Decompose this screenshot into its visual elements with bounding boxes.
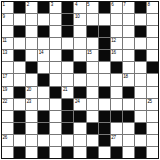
white-cell[interactable]: 2	[26, 2, 37, 13]
clue-number: 10	[75, 14, 79, 19]
white-cell[interactable]	[87, 14, 98, 25]
black-cell	[38, 26, 49, 37]
white-cell[interactable]: 14	[38, 50, 49, 61]
clue-number: 7	[123, 2, 125, 7]
white-cell[interactable]: 9	[2, 14, 13, 25]
white-cell[interactable]	[147, 111, 158, 122]
black-cell	[135, 147, 146, 158]
white-cell[interactable]: 11	[2, 38, 13, 49]
white-cell[interactable]	[147, 87, 158, 98]
white-cell[interactable]	[50, 62, 61, 73]
white-cell[interactable]	[147, 50, 158, 61]
white-cell[interactable]	[26, 135, 37, 146]
white-cell[interactable]	[2, 111, 13, 122]
clue-number: 9	[3, 14, 5, 19]
white-cell[interactable]: 21	[62, 87, 73, 98]
white-cell[interactable]	[38, 87, 49, 98]
white-cell[interactable]: 3	[50, 2, 61, 13]
black-cell	[99, 123, 110, 134]
white-cell[interactable]	[111, 99, 122, 110]
white-cell[interactable]	[38, 14, 49, 25]
clue-number: 18	[123, 74, 127, 79]
white-cell[interactable]	[87, 111, 98, 122]
white-cell[interactable]	[99, 147, 110, 158]
white-cell[interactable]	[87, 99, 98, 110]
black-cell	[50, 87, 61, 98]
white-cell[interactable]	[62, 135, 73, 146]
white-cell[interactable]: 17	[2, 74, 13, 85]
white-cell[interactable]: 24	[74, 99, 85, 110]
white-cell[interactable]	[50, 50, 61, 61]
white-cell[interactable]	[87, 87, 98, 98]
crossword-grid: 1234567891011121314151617181920212223242…	[1, 1, 159, 159]
clue-number: 24	[75, 99, 79, 104]
white-cell[interactable]	[62, 38, 73, 49]
clue-number: 16	[111, 50, 115, 55]
white-cell[interactable]	[62, 74, 73, 85]
white-cell[interactable]	[26, 147, 37, 158]
white-cell[interactable]: 5	[87, 2, 98, 13]
white-cell[interactable]	[74, 74, 85, 85]
white-cell[interactable]	[123, 50, 134, 61]
white-cell[interactable]	[50, 14, 61, 25]
black-cell	[123, 111, 134, 122]
white-cell[interactable]	[99, 74, 110, 85]
black-cell	[14, 26, 25, 37]
white-cell[interactable]	[123, 147, 134, 158]
white-cell[interactable]	[147, 135, 158, 146]
white-cell[interactable]	[74, 38, 85, 49]
black-cell	[99, 38, 110, 49]
white-cell[interactable]: 8	[147, 2, 158, 13]
clue-number: 5	[87, 2, 89, 7]
white-cell[interactable]	[2, 26, 13, 37]
clue-number: 22	[3, 99, 7, 104]
black-cell	[135, 26, 146, 37]
black-cell	[38, 74, 49, 85]
black-cell	[14, 87, 25, 98]
white-cell[interactable]	[14, 38, 25, 49]
white-cell[interactable]	[87, 38, 98, 49]
white-cell[interactable]	[14, 14, 25, 25]
white-cell[interactable]: 18	[123, 74, 134, 85]
white-cell[interactable]	[111, 123, 122, 134]
clue-number: 6	[111, 2, 113, 7]
white-cell[interactable]	[111, 14, 122, 25]
white-cell[interactable]	[50, 135, 61, 146]
white-cell[interactable]	[135, 87, 146, 98]
white-cell[interactable]	[147, 14, 158, 25]
white-cell[interactable]	[2, 62, 13, 73]
black-cell	[135, 2, 146, 13]
white-cell[interactable]	[147, 38, 158, 49]
clue-number: 3	[51, 2, 53, 7]
black-cell	[87, 147, 98, 158]
white-cell[interactable]	[99, 14, 110, 25]
black-cell	[14, 111, 25, 122]
white-cell[interactable]	[26, 14, 37, 25]
black-cell	[14, 50, 25, 61]
white-cell[interactable]	[2, 123, 13, 134]
black-cell	[62, 26, 73, 37]
white-cell[interactable]	[50, 111, 61, 122]
black-cell	[62, 147, 73, 158]
black-cell	[62, 111, 73, 122]
white-cell[interactable]: 15	[87, 50, 98, 61]
white-cell[interactable]	[26, 50, 37, 61]
clue-number: 8	[147, 2, 149, 7]
black-cell	[111, 147, 122, 158]
clue-number: 13	[3, 50, 7, 55]
black-cell	[87, 123, 98, 134]
white-cell[interactable]	[62, 62, 73, 73]
white-cell[interactable]: 1	[2, 2, 13, 13]
white-cell[interactable]	[111, 74, 122, 85]
white-cell[interactable]	[123, 26, 134, 37]
clue-number: 14	[39, 50, 43, 55]
white-cell[interactable]: 27	[111, 135, 122, 146]
black-cell	[135, 123, 146, 134]
black-cell	[74, 62, 85, 73]
white-cell[interactable]	[50, 38, 61, 49]
black-cell	[99, 50, 110, 61]
white-cell[interactable]	[135, 14, 146, 25]
white-cell[interactable]	[147, 147, 158, 158]
black-cell	[147, 62, 158, 73]
white-cell[interactable]	[135, 111, 146, 122]
white-cell[interactable]	[123, 99, 134, 110]
white-cell[interactable]	[123, 62, 134, 73]
white-cell[interactable]: 20	[26, 87, 37, 98]
white-cell[interactable]	[135, 135, 146, 146]
white-cell[interactable]: 12	[111, 38, 122, 49]
white-cell[interactable]	[50, 99, 61, 110]
white-cell[interactable]	[2, 147, 13, 158]
white-cell[interactable]: 16	[111, 50, 122, 61]
crossword-puzzle: 1234567891011121314151617181920212223242…	[0, 0, 160, 160]
white-cell[interactable]	[87, 135, 98, 146]
black-cell	[123, 87, 134, 98]
black-cell	[38, 123, 49, 134]
white-cell[interactable]	[14, 99, 25, 110]
black-cell	[99, 111, 110, 122]
black-cell	[99, 135, 110, 146]
white-cell[interactable]	[38, 38, 49, 49]
black-cell	[99, 26, 110, 37]
white-cell[interactable]	[26, 74, 37, 85]
black-cell	[26, 62, 37, 73]
white-cell[interactable]	[38, 99, 49, 110]
black-cell	[14, 147, 25, 158]
black-cell	[87, 26, 98, 37]
black-cell	[14, 2, 25, 13]
clue-number: 4	[75, 2, 77, 7]
black-cell	[14, 123, 25, 134]
white-cell[interactable]	[87, 62, 98, 73]
white-cell[interactable]	[123, 135, 134, 146]
white-cell[interactable]	[26, 38, 37, 49]
white-cell[interactable]: 25	[147, 99, 158, 110]
white-cell[interactable]: 22	[2, 99, 13, 110]
clue-number: 17	[3, 74, 7, 79]
white-cell[interactable]	[123, 38, 134, 49]
clue-number: 12	[111, 38, 115, 43]
black-cell	[62, 123, 73, 134]
white-cell[interactable]	[14, 62, 25, 73]
white-cell[interactable]	[74, 135, 85, 146]
white-cell[interactable]	[147, 74, 158, 85]
white-cell[interactable]	[26, 123, 37, 134]
clue-number: 11	[3, 38, 7, 43]
white-cell[interactable]	[99, 99, 110, 110]
white-cell[interactable]: 23	[26, 99, 37, 110]
black-cell	[74, 87, 85, 98]
clue-number: 15	[87, 50, 91, 55]
white-cell[interactable]	[135, 62, 146, 73]
white-cell[interactable]	[87, 74, 98, 85]
white-cell[interactable]	[50, 147, 61, 158]
clue-number: 19	[3, 87, 7, 92]
white-cell[interactable]	[38, 135, 49, 146]
white-cell[interactable]	[26, 26, 37, 37]
white-cell[interactable]: 19	[2, 87, 13, 98]
white-cell[interactable]	[74, 26, 85, 37]
clue-number: 21	[63, 87, 67, 92]
black-cell	[62, 99, 73, 110]
clue-number: 27	[111, 135, 115, 140]
white-cell[interactable]: 4	[74, 2, 85, 13]
black-cell	[111, 111, 122, 122]
black-cell	[99, 2, 110, 13]
white-cell[interactable]	[74, 123, 85, 134]
white-cell[interactable]	[26, 111, 37, 122]
black-cell	[38, 111, 49, 122]
white-cell[interactable]	[123, 14, 134, 25]
white-cell[interactable]	[14, 135, 25, 146]
white-cell[interactable]	[135, 74, 146, 85]
white-cell[interactable]: 7	[123, 2, 134, 13]
white-cell[interactable]	[50, 74, 61, 85]
white-cell[interactable]	[147, 123, 158, 134]
white-cell[interactable]	[50, 26, 61, 37]
black-cell	[74, 111, 85, 122]
clue-number: 25	[147, 99, 151, 104]
white-cell[interactable]: 13	[2, 50, 13, 61]
black-cell	[135, 50, 146, 61]
white-cell[interactable]	[38, 62, 49, 73]
white-cell[interactable]	[111, 26, 122, 37]
white-cell[interactable]	[123, 123, 134, 134]
white-cell[interactable]	[135, 99, 146, 110]
clue-number: 23	[27, 99, 31, 104]
white-cell[interactable]	[50, 123, 61, 134]
clue-number: 26	[3, 135, 7, 140]
white-cell[interactable]	[74, 147, 85, 158]
clue-number: 1	[3, 2, 5, 7]
black-cell	[38, 147, 49, 158]
black-cell	[38, 2, 49, 13]
black-cell	[111, 62, 122, 73]
white-cell[interactable]	[111, 87, 122, 98]
clue-number: 20	[27, 87, 31, 92]
white-cell[interactable]	[99, 62, 110, 73]
clue-number: 2	[27, 2, 29, 7]
black-cell	[99, 87, 110, 98]
black-cell	[62, 50, 73, 61]
white-cell[interactable]	[135, 38, 146, 49]
white-cell[interactable]: 26	[2, 135, 13, 146]
white-cell[interactable]	[147, 26, 158, 37]
black-cell	[62, 2, 73, 13]
white-cell[interactable]: 6	[111, 2, 122, 13]
white-cell[interactable]	[74, 50, 85, 61]
white-cell[interactable]: 10	[74, 14, 85, 25]
black-cell	[62, 14, 73, 25]
white-cell[interactable]	[14, 74, 25, 85]
